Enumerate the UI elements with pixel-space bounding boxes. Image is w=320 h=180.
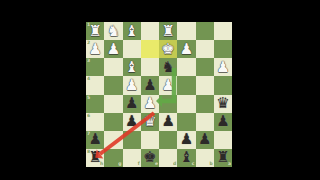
square-f1[interactable]: ♝: [123, 22, 141, 40]
white-king: ♚: [161, 42, 174, 57]
white-pawn: ♟: [107, 42, 120, 57]
square-a1[interactable]: [214, 22, 232, 40]
video-frame: ♜1♞♝♜♟2♟♚♟3♝♞♟4♟♟♟5♟♟♛6♟♛♟♟♟7♟♟♜8hgf♚ed♝…: [0, 0, 320, 180]
square-h3[interactable]: 3: [86, 58, 104, 76]
square-h8[interactable]: ♜8h: [86, 149, 104, 167]
white-rook: ♜: [161, 24, 174, 39]
square-a3[interactable]: ♟: [214, 58, 232, 76]
square-a8[interactable]: ♜a: [214, 149, 232, 167]
square-a6[interactable]: ♟: [214, 113, 232, 131]
rank-label: 3: [87, 59, 90, 64]
square-e2[interactable]: [141, 40, 159, 58]
file-label: d: [173, 162, 176, 167]
file-label: b: [210, 162, 213, 167]
square-d6[interactable]: ♟: [159, 113, 177, 131]
file-label: g: [118, 162, 121, 167]
square-b5[interactable]: [196, 95, 214, 113]
square-c1[interactable]: [177, 22, 195, 40]
square-e7[interactable]: [141, 131, 159, 149]
file-label: f: [138, 162, 140, 167]
square-f2[interactable]: [123, 40, 141, 58]
square-g7[interactable]: [104, 131, 122, 149]
rank-label: 7: [87, 132, 90, 137]
file-label: c: [192, 162, 195, 167]
square-b3[interactable]: [196, 58, 214, 76]
rank-label: 4: [87, 77, 90, 82]
square-h2[interactable]: ♟2: [86, 40, 104, 58]
square-h1[interactable]: ♜1: [86, 22, 104, 40]
square-a2[interactable]: [214, 40, 232, 58]
white-pawn: ♟: [125, 78, 138, 93]
white-pawn: ♟: [143, 96, 156, 111]
rank-label: 5: [87, 96, 90, 101]
black-pawn: ♟: [161, 114, 174, 129]
square-f8[interactable]: f: [123, 149, 141, 167]
chess-board[interactable]: ♜1♞♝♜♟2♟♚♟3♝♞♟4♟♟♟5♟♟♛6♟♛♟♟♟7♟♟♜8hgf♚ed♝…: [86, 22, 232, 167]
white-pawn: ♟: [88, 42, 101, 57]
square-b4[interactable]: [196, 76, 214, 94]
square-a5[interactable]: ♛: [214, 95, 232, 113]
file-label: a: [228, 162, 231, 167]
white-bishop: ♝: [125, 60, 138, 75]
square-f3[interactable]: ♝: [123, 58, 141, 76]
square-d3[interactable]: ♞: [159, 58, 177, 76]
square-e1[interactable]: [141, 22, 159, 40]
square-e3[interactable]: [141, 58, 159, 76]
black-pawn: ♟: [88, 132, 101, 147]
square-d2[interactable]: ♚: [159, 40, 177, 58]
black-queen: ♛: [216, 96, 229, 111]
rank-label: 6: [87, 114, 90, 119]
square-e5[interactable]: ♟: [141, 95, 159, 113]
square-h4[interactable]: 4: [86, 76, 104, 94]
square-g8[interactable]: g: [104, 149, 122, 167]
square-b1[interactable]: [196, 22, 214, 40]
square-b6[interactable]: [196, 113, 214, 131]
file-label: h: [100, 162, 103, 167]
square-h7[interactable]: ♟7: [86, 131, 104, 149]
black-knight: ♞: [161, 60, 174, 75]
white-pawn: ♟: [216, 60, 229, 75]
black-pawn: ♟: [180, 132, 193, 147]
square-c5[interactable]: [177, 95, 195, 113]
black-pawn: ♟: [125, 96, 138, 111]
square-g4[interactable]: [104, 76, 122, 94]
square-f5[interactable]: ♟: [123, 95, 141, 113]
square-a7[interactable]: [214, 131, 232, 149]
square-h5[interactable]: 5: [86, 95, 104, 113]
square-b2[interactable]: [196, 40, 214, 58]
black-pawn: ♟: [125, 114, 138, 129]
square-d7[interactable]: [159, 131, 177, 149]
white-knight: ♞: [107, 24, 120, 39]
file-label: e: [155, 162, 158, 167]
square-e8[interactable]: ♚e: [141, 149, 159, 167]
square-f4[interactable]: ♟: [123, 76, 141, 94]
white-bishop: ♝: [125, 24, 138, 39]
white-rook: ♜: [88, 24, 101, 39]
black-pawn: ♟: [143, 78, 156, 93]
square-f7[interactable]: [123, 131, 141, 149]
square-c6[interactable]: [177, 113, 195, 131]
square-d1[interactable]: ♜: [159, 22, 177, 40]
square-e4[interactable]: ♟: [141, 76, 159, 94]
square-d8[interactable]: d: [159, 149, 177, 167]
square-c4[interactable]: [177, 76, 195, 94]
white-pawn: ♟: [161, 78, 174, 93]
rank-label: 8: [87, 150, 90, 155]
square-b7[interactable]: ♟: [196, 131, 214, 149]
square-g3[interactable]: [104, 58, 122, 76]
square-h6[interactable]: 6: [86, 113, 104, 131]
square-g5[interactable]: [104, 95, 122, 113]
square-d4[interactable]: ♟: [159, 76, 177, 94]
square-e6[interactable]: ♛: [141, 113, 159, 131]
square-g2[interactable]: ♟: [104, 40, 122, 58]
square-d5[interactable]: [159, 95, 177, 113]
rank-label: 1: [87, 23, 90, 28]
rank-label: 2: [87, 41, 90, 46]
square-g1[interactable]: ♞: [104, 22, 122, 40]
white-pawn: ♟: [180, 42, 193, 57]
square-g6[interactable]: [104, 113, 122, 131]
square-c7[interactable]: ♟: [177, 131, 195, 149]
square-a4[interactable]: [214, 76, 232, 94]
black-pawn: ♟: [198, 132, 211, 147]
square-c8[interactable]: ♝c: [177, 149, 195, 167]
square-b8[interactable]: b: [196, 149, 214, 167]
square-c3[interactable]: [177, 58, 195, 76]
square-f6[interactable]: ♟: [123, 113, 141, 131]
square-c2[interactable]: ♟: [177, 40, 195, 58]
white-queen: ♛: [143, 114, 156, 129]
black-pawn: ♟: [216, 114, 229, 129]
